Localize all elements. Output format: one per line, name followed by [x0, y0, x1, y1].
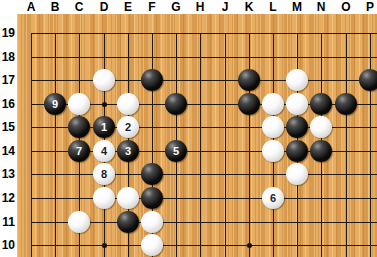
- stone-white-L16[interactable]: [262, 93, 284, 115]
- stone-black-M14[interactable]: [286, 140, 308, 162]
- row-label-12: 12: [0, 191, 15, 205]
- stone-white-N15[interactable]: [310, 116, 332, 138]
- stone-black-F13[interactable]: [141, 163, 163, 185]
- stone-white-C11[interactable]: [68, 211, 90, 233]
- row-label-11: 11: [0, 215, 15, 229]
- row-label-16: 16: [0, 97, 15, 111]
- stone-black-B16-move-9[interactable]: 9: [44, 93, 66, 115]
- grid-line-col-J: [225, 33, 226, 257]
- col-label-J: J: [215, 0, 235, 14]
- stone-white-D14-move-4[interactable]: 4: [93, 140, 115, 162]
- star-point-D10: [102, 243, 107, 248]
- col-label-G: G: [166, 0, 186, 14]
- stone-black-F12[interactable]: [141, 187, 163, 209]
- go-board-diagram: ABCDEFGHJKLMNOP 19181716151413121110 917…: [0, 0, 377, 257]
- grid-line-row-12: [31, 198, 377, 199]
- row-label-18: 18: [0, 50, 15, 64]
- stone-white-E12[interactable]: [117, 187, 139, 209]
- col-label-F: F: [142, 0, 162, 14]
- col-label-A: A: [21, 0, 41, 14]
- row-label-14: 14: [0, 144, 15, 158]
- grid-line-row-13: [31, 174, 377, 175]
- grid-line-row-18: [31, 57, 377, 58]
- stone-white-D12[interactable]: [93, 187, 115, 209]
- stone-white-L14[interactable]: [262, 140, 284, 162]
- stone-white-M13[interactable]: [286, 163, 308, 185]
- stone-white-F11[interactable]: [141, 211, 163, 233]
- grid-line-col-B: [55, 33, 56, 257]
- stone-black-M15[interactable]: [286, 116, 308, 138]
- stone-white-L15[interactable]: [262, 116, 284, 138]
- stone-black-D15-move-1[interactable]: 1: [93, 116, 115, 138]
- stone-white-M16[interactable]: [286, 93, 308, 115]
- col-label-O: O: [336, 0, 356, 14]
- grid-line-col-O: [346, 33, 347, 257]
- grid-line-row-17: [31, 80, 377, 81]
- stone-black-E11[interactable]: [117, 211, 139, 233]
- grid-line-col-H: [200, 33, 201, 257]
- stone-black-K17[interactable]: [238, 69, 260, 91]
- col-label-P: P: [360, 0, 377, 14]
- stone-black-N14[interactable]: [310, 140, 332, 162]
- row-label-13: 13: [0, 167, 15, 181]
- stone-white-E16[interactable]: [117, 93, 139, 115]
- stone-black-O16[interactable]: [335, 93, 357, 115]
- stone-black-K16[interactable]: [238, 93, 260, 115]
- stone-black-G16[interactable]: [165, 93, 187, 115]
- row-label-10: 10: [0, 238, 15, 252]
- stone-black-C14-move-7[interactable]: 7: [68, 140, 90, 162]
- grid-line-row-19: [31, 33, 377, 34]
- stone-white-C16[interactable]: [68, 93, 90, 115]
- stone-black-E14-move-3[interactable]: 3: [117, 140, 139, 162]
- stone-black-C15[interactable]: [68, 116, 90, 138]
- grid-line-row-10: [31, 245, 377, 246]
- stone-white-D17[interactable]: [93, 69, 115, 91]
- row-label-19: 19: [0, 26, 15, 40]
- col-label-H: H: [190, 0, 210, 14]
- grid-line-col-K: [249, 33, 250, 257]
- col-label-E: E: [118, 0, 138, 14]
- stone-black-N16[interactable]: [310, 93, 332, 115]
- stone-white-F10[interactable]: [141, 234, 163, 256]
- stone-white-M17[interactable]: [286, 69, 308, 91]
- star-point-D16: [102, 102, 107, 107]
- grid-line-col-P: [370, 33, 371, 257]
- col-label-L: L: [263, 0, 283, 14]
- grid-line-col-A: [31, 33, 32, 257]
- stone-black-G14-move-5[interactable]: 5: [165, 140, 187, 162]
- col-label-M: M: [287, 0, 307, 14]
- col-label-K: K: [239, 0, 259, 14]
- stone-white-L12-move-6[interactable]: 6: [262, 187, 284, 209]
- stone-white-D13-move-8[interactable]: 8: [93, 163, 115, 185]
- col-label-B: B: [45, 0, 65, 14]
- row-label-15: 15: [0, 120, 15, 134]
- stone-black-P17[interactable]: [359, 69, 377, 91]
- col-label-C: C: [69, 0, 89, 14]
- col-label-D: D: [94, 0, 114, 14]
- stone-white-E15-move-2[interactable]: 2: [117, 116, 139, 138]
- col-label-N: N: [311, 0, 331, 14]
- stone-black-F17[interactable]: [141, 69, 163, 91]
- star-point-K10: [247, 243, 252, 248]
- row-label-17: 17: [0, 73, 15, 87]
